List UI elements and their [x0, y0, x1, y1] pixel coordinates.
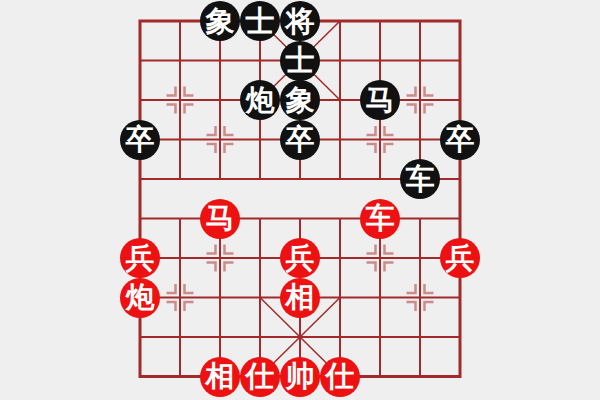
piece-black-general[interactable]: 将: [280, 1, 320, 41]
pieces-layer: 象士将士炮象马卒卒卒车马车兵兵兵炮相相仕帅仕: [0, 0, 600, 400]
piece-black-horse[interactable]: 马: [360, 80, 400, 120]
piece-black-soldier[interactable]: 卒: [280, 120, 320, 160]
piece-red-soldier[interactable]: 兵: [120, 238, 160, 278]
piece-red-advisor[interactable]: 仕: [320, 357, 360, 397]
piece-black-advisor[interactable]: 士: [240, 1, 280, 41]
piece-red-general[interactable]: 帅: [280, 357, 320, 397]
xiangqi-board: 象士将士炮象马卒卒卒车马车兵兵兵炮相相仕帅仕: [0, 0, 600, 400]
piece-red-cannon[interactable]: 炮: [120, 278, 160, 318]
piece-red-advisor[interactable]: 仕: [240, 357, 280, 397]
piece-black-elephant[interactable]: 象: [280, 80, 320, 120]
piece-black-soldier[interactable]: 卒: [120, 120, 160, 160]
piece-red-elephant[interactable]: 相: [200, 357, 240, 397]
piece-black-advisor[interactable]: 士: [280, 41, 320, 81]
piece-red-soldier[interactable]: 兵: [280, 238, 320, 278]
piece-red-elephant[interactable]: 相: [280, 278, 320, 318]
piece-black-cannon[interactable]: 炮: [240, 80, 280, 120]
screen: 象士将士炮象马卒卒卒车马车兵兵兵炮相相仕帅仕: [0, 0, 600, 400]
piece-black-elephant[interactable]: 象: [200, 1, 240, 41]
piece-red-soldier[interactable]: 兵: [440, 238, 480, 278]
piece-red-chariot[interactable]: 车: [360, 199, 400, 239]
piece-black-chariot[interactable]: 车: [400, 159, 440, 199]
piece-red-horse[interactable]: 马: [200, 199, 240, 239]
piece-black-soldier[interactable]: 卒: [440, 120, 480, 160]
